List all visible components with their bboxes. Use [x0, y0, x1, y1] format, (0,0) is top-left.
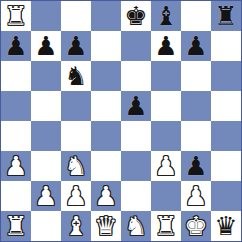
piece-white-pawn[interactable]: ♟ [94, 181, 117, 211]
square-f3[interactable]: ♟ [151, 151, 181, 181]
square-b6[interactable] [31, 61, 61, 91]
square-b8[interactable] [31, 1, 61, 31]
square-c7[interactable]: ♟ [61, 31, 91, 61]
square-a6[interactable] [1, 61, 31, 91]
piece-white-rook[interactable]: ♜ [4, 211, 27, 241]
square-h1[interactable]: ♛ [211, 211, 241, 241]
piece-black-queen[interactable]: ♛ [214, 211, 237, 241]
square-h7[interactable] [211, 31, 241, 61]
square-c5[interactable] [61, 91, 91, 121]
square-g1[interactable]: ♚ [181, 211, 211, 241]
piece-black-king[interactable]: ♚ [124, 1, 147, 31]
piece-white-queen[interactable]: ♛ [94, 211, 117, 241]
square-d4[interactable] [91, 121, 121, 151]
square-e2[interactable] [121, 181, 151, 211]
piece-white-knight[interactable]: ♞ [124, 211, 147, 241]
piece-black-pawn[interactable]: ♟ [34, 31, 57, 61]
square-d1[interactable]: ♛ [91, 211, 121, 241]
piece-white-pawn[interactable]: ♟ [4, 151, 27, 181]
piece-black-pawn[interactable]: ♟ [184, 151, 207, 181]
square-c8[interactable] [61, 1, 91, 31]
square-d3[interactable] [91, 151, 121, 181]
square-a1[interactable]: ♜ [1, 211, 31, 241]
piece-black-pawn[interactable]: ♟ [124, 91, 147, 121]
square-h2[interactable] [211, 181, 241, 211]
square-c2[interactable]: ♟ [61, 181, 91, 211]
square-f4[interactable] [151, 121, 181, 151]
piece-white-pawn[interactable]: ♟ [184, 181, 207, 211]
square-b2[interactable]: ♟ [31, 181, 61, 211]
square-g7[interactable]: ♟ [181, 31, 211, 61]
square-g8[interactable] [181, 1, 211, 31]
piece-white-king[interactable]: ♚ [184, 211, 207, 241]
square-e5[interactable]: ♟ [121, 91, 151, 121]
square-a8[interactable]: ♜ [1, 1, 31, 31]
piece-black-bishop[interactable]: ♝ [154, 1, 177, 31]
square-g5[interactable] [181, 91, 211, 121]
piece-white-rook[interactable]: ♜ [4, 1, 27, 31]
piece-white-rook[interactable]: ♜ [154, 211, 177, 241]
square-h6[interactable] [211, 61, 241, 91]
square-d8[interactable] [91, 1, 121, 31]
square-b4[interactable] [31, 121, 61, 151]
square-f8[interactable]: ♝ [151, 1, 181, 31]
square-f6[interactable] [151, 61, 181, 91]
square-e6[interactable] [121, 61, 151, 91]
square-d7[interactable] [91, 31, 121, 61]
square-a4[interactable] [1, 121, 31, 151]
square-g2[interactable]: ♟ [181, 181, 211, 211]
piece-black-pawn[interactable]: ♟ [154, 31, 177, 61]
square-e4[interactable] [121, 121, 151, 151]
piece-black-pawn[interactable]: ♟ [184, 31, 207, 61]
square-e8[interactable]: ♚ [121, 1, 151, 31]
piece-white-pawn[interactable]: ♟ [154, 151, 177, 181]
square-h8[interactable]: ♜ [211, 1, 241, 31]
piece-black-knight[interactable]: ♞ [64, 61, 87, 91]
piece-black-rook[interactable]: ♜ [214, 1, 237, 31]
square-c4[interactable] [61, 121, 91, 151]
square-g3[interactable]: ♟ [181, 151, 211, 181]
square-f5[interactable] [151, 91, 181, 121]
square-a7[interactable]: ♟ [1, 31, 31, 61]
piece-black-pawn[interactable]: ♟ [4, 31, 27, 61]
square-h4[interactable] [211, 121, 241, 151]
chess-board-screenshot: ♜♚♝♜♟♟♟♟♟♞♟♟♞♟♟♟♟♟♟♜♝♛♞♜♚♛ [0, 0, 242, 242]
piece-black-pawn[interactable]: ♟ [64, 31, 87, 61]
square-e3[interactable] [121, 151, 151, 181]
piece-white-pawn[interactable]: ♟ [64, 181, 87, 211]
square-a5[interactable] [1, 91, 31, 121]
square-e1[interactable]: ♞ [121, 211, 151, 241]
square-f2[interactable] [151, 181, 181, 211]
piece-white-knight[interactable]: ♞ [64, 151, 87, 181]
square-b3[interactable] [31, 151, 61, 181]
square-e7[interactable] [121, 31, 151, 61]
square-h5[interactable] [211, 91, 241, 121]
square-d6[interactable] [91, 61, 121, 91]
square-f1[interactable]: ♜ [151, 211, 181, 241]
square-f7[interactable]: ♟ [151, 31, 181, 61]
square-d5[interactable] [91, 91, 121, 121]
chess-board: ♜♚♝♜♟♟♟♟♟♞♟♟♞♟♟♟♟♟♟♜♝♛♞♜♚♛ [0, 0, 242, 242]
piece-white-pawn[interactable]: ♟ [34, 181, 57, 211]
square-d2[interactable]: ♟ [91, 181, 121, 211]
square-g4[interactable] [181, 121, 211, 151]
square-a2[interactable] [1, 181, 31, 211]
square-h3[interactable] [211, 151, 241, 181]
square-c6[interactable]: ♞ [61, 61, 91, 91]
square-a3[interactable]: ♟ [1, 151, 31, 181]
square-c1[interactable]: ♝ [61, 211, 91, 241]
square-b1[interactable] [31, 211, 61, 241]
piece-white-bishop[interactable]: ♝ [64, 211, 87, 241]
square-g6[interactable] [181, 61, 211, 91]
square-b5[interactable] [31, 91, 61, 121]
square-c3[interactable]: ♞ [61, 151, 91, 181]
square-b7[interactable]: ♟ [31, 31, 61, 61]
